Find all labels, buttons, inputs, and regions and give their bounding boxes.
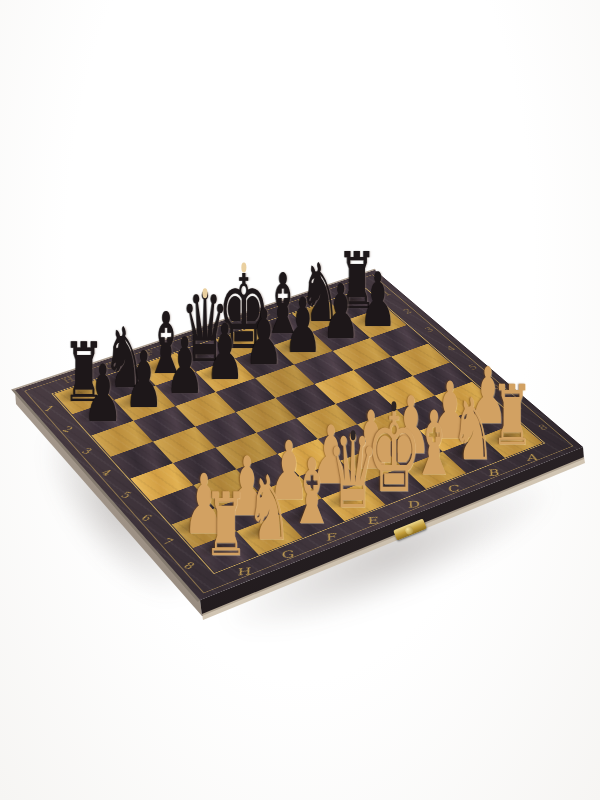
coordinate-label: 7 — [513, 403, 525, 411]
coordinate-label: F — [144, 349, 156, 356]
clasp-knob-icon — [404, 525, 414, 535]
coordinate-label: 1 — [42, 405, 56, 413]
coordinate-label: H — [237, 566, 251, 577]
coordinate-label: 3 — [79, 447, 94, 456]
coordinate-label: G — [282, 549, 295, 560]
coordinate-label: 8 — [181, 561, 196, 571]
coordinate-label: 5 — [467, 364, 479, 371]
coordinate-label: C — [448, 484, 460, 494]
coordinate-label: 5 — [118, 491, 133, 500]
coordinate-label: H — [62, 376, 76, 384]
coordinate-label: B — [487, 468, 499, 477]
finial-light — [203, 288, 208, 298]
coordinate-label: 7 — [160, 537, 175, 547]
coordinate-label: 3 — [423, 326, 435, 333]
coordinate-label: E — [183, 336, 195, 343]
coordinate-label: F — [325, 532, 336, 542]
finial-light — [242, 263, 247, 273]
coordinate-label: C — [260, 310, 273, 317]
coordinate-label: 4 — [445, 345, 457, 352]
coordinate-label: 6 — [490, 383, 502, 390]
coordinate-label: D — [222, 323, 235, 330]
coordinate-label: G — [103, 363, 116, 371]
coordinate-label: 1 — [382, 290, 393, 297]
coordinate-label: 2 — [60, 425, 74, 434]
coordinate-label: A — [526, 453, 538, 462]
coordinate-label: A — [334, 286, 346, 293]
coordinate-label: B — [297, 298, 309, 305]
coordinate-label: E — [367, 516, 379, 526]
coordinate-label: 6 — [139, 513, 154, 522]
chess-board: HH11GG22FF33EE44DD55CC66BB77AA88 — [15, 270, 583, 600]
chess-set-photo: HH11GG22FF33EE44DD55CC66BB77AA88 ♜♞♝♛♚♝♞… — [0, 0, 600, 800]
coordinate-label: D — [407, 500, 420, 510]
coordinate-label: 8 — [537, 424, 549, 432]
coordinate-label: 2 — [402, 308, 413, 315]
coordinate-label: 4 — [99, 468, 114, 477]
